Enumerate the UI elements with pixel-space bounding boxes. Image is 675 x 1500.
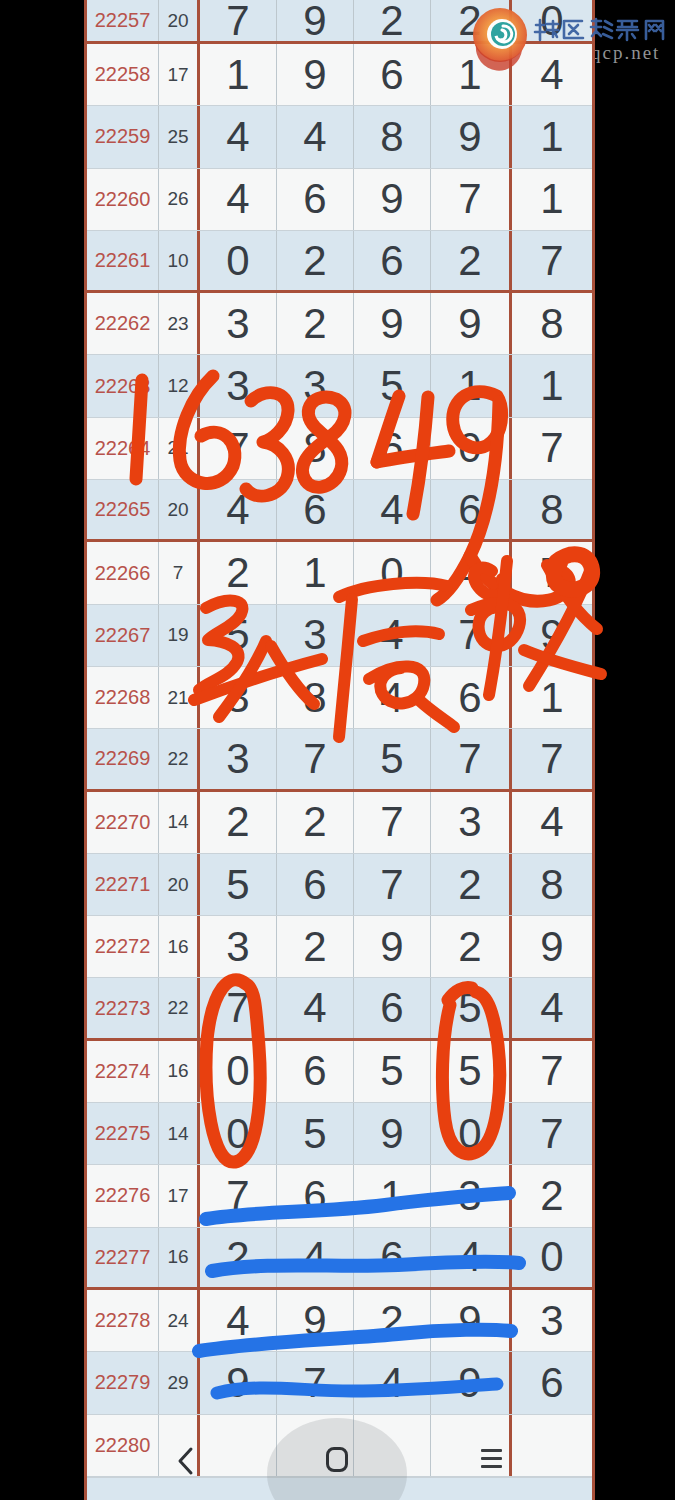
digit-cell-d1: 4	[200, 480, 277, 539]
digit-cell-d3: 6	[354, 978, 431, 1037]
digit-cell-d1: 7	[200, 1165, 277, 1226]
sum-cell: 10	[159, 231, 200, 290]
digit-cell-d4: 5	[431, 1041, 512, 1102]
sum-cell: 17	[159, 44, 200, 105]
digit-cell-d2: 9	[277, 1290, 354, 1351]
digit-cell-d1: 0	[200, 1103, 277, 1164]
digit-cell-d4: 3	[431, 1165, 512, 1226]
sum-cell: 20	[159, 480, 200, 539]
sum-cell: 26	[159, 169, 200, 230]
digit-cell-d2: 6	[277, 1165, 354, 1226]
sum-cell: 16	[159, 916, 200, 977]
digit-cell-d5: 7	[512, 1041, 592, 1102]
digit-cell-d4: 1	[431, 44, 512, 105]
digit-cell-d3: 4	[354, 480, 431, 539]
table-row-22261: 222611002627	[87, 231, 592, 293]
sum-cell: 21	[159, 667, 200, 728]
period-cell: 22279	[87, 1352, 159, 1413]
digit-cell-d2: 6	[277, 169, 354, 230]
digit-cell-d4: 7	[431, 729, 512, 788]
digit-cell-d5: 2	[512, 1165, 592, 1226]
sum-cell: 24	[159, 1290, 200, 1351]
table-row-22263: 222631233511	[87, 355, 592, 417]
table-row-22277: 222771624640	[87, 1228, 592, 1290]
digit-cell-d5: 4	[512, 44, 592, 105]
digit-cell-d5: 7	[512, 1103, 592, 1164]
digit-cell-d2: 3	[277, 355, 354, 416]
period-cell: 22262	[87, 293, 159, 354]
digit-cell-d1: 3	[200, 916, 277, 977]
digit-cell-d3: 4	[354, 605, 431, 666]
digit-cell-d4: 2	[431, 0, 512, 41]
table-row-22271: 222712056728	[87, 854, 592, 916]
recents-bar	[481, 1465, 502, 1468]
digit-cell-d5: 0	[512, 0, 592, 41]
draw-history-table: 2225720792202225817196142225925448912226…	[84, 0, 595, 1500]
digit-cell-d1: 4	[200, 169, 277, 230]
digit-cell-d1: 1	[200, 44, 277, 105]
recents-button-icon[interactable]	[481, 1449, 502, 1473]
digit-cell-d3: 9	[354, 1103, 431, 1164]
digit-cell-d4: 6	[431, 480, 512, 539]
sum-cell: 29	[159, 1352, 200, 1413]
digit-cell-d3: 8	[354, 106, 431, 167]
digit-cell-d4: 2	[431, 854, 512, 915]
digit-cell-d1: 4	[200, 1290, 277, 1351]
sum-cell: 16	[159, 1041, 200, 1102]
digit-cell-d2: 1	[277, 542, 354, 603]
sum-cell: 7	[159, 542, 200, 603]
digit-cell-d5: 4	[512, 978, 592, 1037]
digit-cell-d1: 3	[200, 667, 277, 728]
digit-cell-d2: 6	[277, 1041, 354, 1102]
digit-cell-d5: 4	[512, 792, 592, 853]
digit-cell-d5: 7	[512, 231, 592, 290]
digit-cell-d1: 0	[200, 231, 277, 290]
period-cell: 22269	[87, 729, 159, 788]
period-cell: 22265	[87, 480, 159, 539]
digit-cell-d1: 7	[200, 978, 277, 1037]
digit-cell-d1: 0	[200, 1041, 277, 1102]
digit-cell-d3: 9	[354, 916, 431, 977]
sum-cell: 20	[159, 0, 200, 41]
digit-cell-d2: 9	[277, 0, 354, 41]
digit-cell-d1: 3	[200, 293, 277, 354]
digit-cell-d4: 7	[431, 169, 512, 230]
digit-cell-d4: 3	[431, 792, 512, 853]
digit-cell-d3: 2	[354, 1290, 431, 1351]
digit-cell-d3: 1	[354, 1165, 431, 1226]
digit-cell-d1: 5	[200, 605, 277, 666]
digit-cell-d2: 8	[277, 667, 354, 728]
digit-cell-d2: 2	[277, 792, 354, 853]
digit-cell-d2: 2	[277, 231, 354, 290]
sum-cell: 19	[159, 605, 200, 666]
period-cell: 22278	[87, 1290, 159, 1351]
table-row-22268: 222682138461	[87, 667, 592, 729]
digit-cell-d1: 3	[200, 355, 277, 416]
sum-cell: 16	[159, 1228, 200, 1287]
back-button-icon[interactable]	[176, 1446, 196, 1476]
sum-cell: 12	[159, 355, 200, 416]
period-cell: 22258	[87, 44, 159, 105]
sum-cell: 21	[159, 418, 200, 479]
home-button-icon[interactable]	[326, 1447, 348, 1472]
digit-cell-d5: 8	[512, 293, 592, 354]
digit-cell-d3: 4	[354, 667, 431, 728]
digit-cell-d3: 6	[354, 231, 431, 290]
digit-cell-d5: 6	[512, 1352, 592, 1413]
digit-cell-d2: 3	[277, 605, 354, 666]
digit-cell-d3: 7	[354, 854, 431, 915]
digit-cell-d1: 7	[200, 0, 277, 41]
table-row-22257: 222572079220	[87, 0, 592, 44]
period-cell: 22259	[87, 106, 159, 167]
digit-cell-d2: 2	[277, 293, 354, 354]
sum-cell: 22	[159, 729, 200, 788]
digit-cell-d3: 6	[354, 418, 431, 479]
digit-cell-d5: 7	[512, 729, 592, 788]
digit-cell-d3: 4	[354, 1352, 431, 1413]
sum-cell: 23	[159, 293, 200, 354]
digit-cell-d4: 5	[431, 978, 512, 1037]
digit-cell-d3: 5	[354, 729, 431, 788]
sum-cell: 25	[159, 106, 200, 167]
digit-cell-d1: 2	[200, 1228, 277, 1287]
table-row-22269: 222692237577	[87, 729, 592, 791]
table-row-22267: 222671953479	[87, 605, 592, 667]
table-row-22274: 222741606557	[87, 1041, 592, 1103]
period-cell: 22275	[87, 1103, 159, 1164]
digit-cell-d2: 5	[277, 1103, 354, 1164]
digit-cell-d4: 1	[431, 355, 512, 416]
digit-cell-d4: 0	[431, 1103, 512, 1164]
digit-cell-d4: 6	[431, 667, 512, 728]
digit-cell-d2: 4	[277, 1228, 354, 1287]
digit-cell-d5: 8	[512, 480, 592, 539]
period-cell: 22267	[87, 605, 159, 666]
table-row-22266: 22266721047	[87, 542, 592, 604]
recents-bar	[481, 1449, 502, 1452]
digit-cell-d5: 7	[512, 418, 592, 479]
digit-cell-d1: 4	[200, 106, 277, 167]
digit-cell-d4: 7	[431, 605, 512, 666]
digit-cell-d3: 0	[354, 542, 431, 603]
table-row-22272: 222721632929	[87, 916, 592, 978]
digit-cell-d4: 2	[431, 231, 512, 290]
period-cell: 22274	[87, 1041, 159, 1102]
digit-cell-d3: 2	[354, 0, 431, 41]
digit-cell-d3: 7	[354, 792, 431, 853]
digit-cell-d2: 8	[277, 418, 354, 479]
digit-cell-d2: 6	[277, 480, 354, 539]
digit-cell-d4: 9	[431, 1290, 512, 1351]
sum-cell: 20	[159, 854, 200, 915]
digit-cell-d3: 6	[354, 44, 431, 105]
table-row-22260: 222602646971	[87, 169, 592, 231]
digit-cell-d1: 2	[200, 792, 277, 853]
digit-cell-d1: 3	[200, 729, 277, 788]
sum-cell: 14	[159, 1103, 200, 1164]
period-cell: 22272	[87, 916, 159, 977]
period-cell: 22264	[87, 418, 159, 479]
digit-cell-d4: 0	[431, 418, 512, 479]
digit-cell-d5	[512, 1415, 592, 1476]
period-cell: 22270	[87, 792, 159, 853]
digit-cell-d5: 9	[512, 605, 592, 666]
table-row-22278: 222782449293	[87, 1290, 592, 1352]
sum-cell: 22	[159, 978, 200, 1037]
period-cell: 22280	[87, 1415, 159, 1476]
digit-cell-d4: 4	[431, 542, 512, 603]
sum-cell: 14	[159, 792, 200, 853]
period-cell: 22263	[87, 355, 159, 416]
digit-cell-d4: 4	[431, 1228, 512, 1287]
digit-cell-d3: 9	[354, 169, 431, 230]
digit-cell-d2: 4	[277, 106, 354, 167]
table-row-22279: 222792997496	[87, 1352, 592, 1414]
period-cell: 22271	[87, 854, 159, 915]
digit-cell-d5: 1	[512, 106, 592, 167]
table-row-22265: 222652046468	[87, 480, 592, 542]
digit-cell-d5: 1	[512, 169, 592, 230]
digit-cell-d3: 9	[354, 293, 431, 354]
table-row-22262: 222622332998	[87, 293, 592, 355]
digit-cell-d3: 5	[354, 355, 431, 416]
digit-cell-d1: 9	[200, 1352, 277, 1413]
digit-cell-d5: 7	[512, 542, 592, 603]
digit-cell-d4: 9	[431, 293, 512, 354]
period-cell: 22268	[87, 667, 159, 728]
digit-cell-d4: 9	[431, 106, 512, 167]
digit-cell-d4: 9	[431, 1352, 512, 1413]
digit-cell-d5: 1	[512, 667, 592, 728]
digit-cell-d3: 5	[354, 1041, 431, 1102]
table-row-22270: 222701422734	[87, 792, 592, 854]
digit-cell-d5: 8	[512, 854, 592, 915]
digit-cell-d5: 3	[512, 1290, 592, 1351]
digit-cell-d2: 6	[277, 854, 354, 915]
table-row-22273: 222732274654	[87, 978, 592, 1040]
digit-cell-d1: 2	[200, 542, 277, 603]
digit-cell-d5: 1	[512, 355, 592, 416]
digit-cell-d1: 7	[200, 418, 277, 479]
table-row-22264: 222642178607	[87, 418, 592, 480]
digit-cell-d2: 4	[277, 978, 354, 1037]
digit-cell-d2: 9	[277, 44, 354, 105]
digit-cell-d3: 6	[354, 1228, 431, 1287]
digit-cell-d5: 0	[512, 1228, 592, 1287]
digit-cell-d1: 5	[200, 854, 277, 915]
digit-cell-d5: 9	[512, 916, 592, 977]
recents-bar	[481, 1457, 502, 1460]
digit-cell-d2: 7	[277, 1352, 354, 1413]
digit-cell-d4: 2	[431, 916, 512, 977]
digit-cell-d2: 7	[277, 729, 354, 788]
table-row-22276: 222761776132	[87, 1165, 592, 1227]
digit-cell-d1	[200, 1415, 277, 1476]
period-cell: 22277	[87, 1228, 159, 1287]
period-cell: 22276	[87, 1165, 159, 1226]
period-cell: 22266	[87, 542, 159, 603]
period-cell: 22261	[87, 231, 159, 290]
table-row-22258: 222581719614	[87, 44, 592, 106]
sum-cell: 17	[159, 1165, 200, 1226]
table-row-22259: 222592544891	[87, 106, 592, 168]
period-cell: 22273	[87, 978, 159, 1037]
table-row-22275: 222751405907	[87, 1103, 592, 1165]
digit-cell-d2: 2	[277, 916, 354, 977]
period-cell: 22260	[87, 169, 159, 230]
period-cell: 22257	[87, 0, 159, 41]
